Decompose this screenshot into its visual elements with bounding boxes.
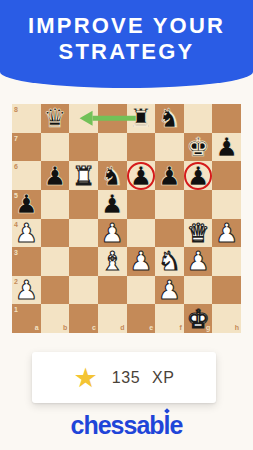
square-a2[interactable]: 2♟ — [12, 276, 41, 305]
square-h1[interactable]: h — [212, 304, 241, 333]
square-d8[interactable] — [98, 104, 127, 133]
square-b1[interactable]: b — [41, 304, 70, 333]
file-label-f: f — [179, 324, 181, 331]
square-c2[interactable] — [69, 276, 98, 305]
banner-title-line2: STRATEGY — [59, 39, 195, 65]
square-a5[interactable]: 5♟ — [12, 190, 41, 219]
square-g7[interactable]: ♚ — [184, 133, 213, 162]
square-a3[interactable]: 3 — [12, 247, 41, 276]
white-pawn-e3[interactable]: ♟ — [129, 247, 152, 275]
banner-title-line1: IMPROVE YOUR — [28, 13, 225, 39]
square-f8[interactable]: ♞ — [155, 104, 184, 133]
white-pawn-g3[interactable]: ♟ — [186, 247, 209, 275]
banner: IMPROVE YOUR STRATEGY — [0, 0, 253, 88]
black-knight-d6[interactable]: ♞ — [101, 162, 124, 190]
black-queen-b8[interactable]: ♛ — [43, 104, 66, 132]
square-d5[interactable]: ♟ — [98, 190, 127, 219]
square-b4[interactable] — [41, 219, 70, 248]
rank-label-8: 8 — [14, 106, 18, 113]
logo-text-1: chessab — [71, 411, 164, 439]
square-b8[interactable]: ♛ — [41, 104, 70, 133]
white-pawn-h4[interactable]: ♟ — [215, 219, 238, 247]
square-h4[interactable]: ♟ — [212, 219, 241, 248]
square-d7[interactable] — [98, 133, 127, 162]
chess-board: 8♛♜♞7♚♟6♟♜♞♟♟♟5♟♟4♟♟♛♟3♝♟♞♟2♟♟1abcdefg♚h — [12, 104, 241, 333]
black-pawn-f6[interactable]: ♟ — [158, 162, 181, 190]
square-h6[interactable] — [212, 161, 241, 190]
square-f3[interactable]: ♞ — [155, 247, 184, 276]
square-g6[interactable]: ♟ — [184, 161, 213, 190]
square-e1[interactable]: e — [127, 304, 156, 333]
highlight-circle-e6 — [127, 162, 155, 190]
square-a6[interactable]: 6 — [12, 161, 41, 190]
square-d3[interactable]: ♝ — [98, 247, 127, 276]
highlight-circle-g6 — [184, 162, 212, 190]
xp-value: 135 — [112, 369, 140, 387]
file-label-b: b — [63, 324, 67, 331]
square-b6[interactable]: ♟ — [41, 161, 70, 190]
square-c8[interactable] — [69, 104, 98, 133]
square-b7[interactable] — [41, 133, 70, 162]
black-pawn-h7[interactable]: ♟ — [215, 133, 238, 161]
square-a4[interactable]: 4♟ — [12, 219, 41, 248]
white-queen-g4[interactable]: ♛ — [186, 219, 209, 247]
file-label-h: h — [235, 324, 239, 331]
square-h2[interactable] — [212, 276, 241, 305]
white-rook-c6[interactable]: ♜ — [72, 162, 95, 190]
square-c3[interactable] — [69, 247, 98, 276]
square-e6[interactable]: ♟ — [127, 161, 156, 190]
square-a8[interactable]: 8 — [12, 104, 41, 133]
square-f6[interactable]: ♟ — [155, 161, 184, 190]
rank-label-3: 3 — [14, 249, 18, 256]
square-g5[interactable] — [184, 190, 213, 219]
black-knight-f8[interactable]: ♞ — [158, 104, 181, 132]
black-king-g7[interactable]: ♚ — [186, 133, 209, 161]
square-h8[interactable] — [212, 104, 241, 133]
black-pawn-b6[interactable]: ♟ — [43, 162, 66, 190]
rank-label-7: 7 — [14, 135, 18, 142]
square-e3[interactable]: ♟ — [127, 247, 156, 276]
logo-text-2: e — [170, 411, 183, 439]
square-d2[interactable] — [98, 276, 127, 305]
square-f4[interactable] — [155, 219, 184, 248]
file-label-a: a — [35, 324, 39, 331]
square-f5[interactable] — [155, 190, 184, 219]
rank-label-1: 1 — [14, 306, 18, 313]
square-e7[interactable] — [127, 133, 156, 162]
square-d4[interactable]: ♟ — [98, 219, 127, 248]
black-pawn-d5[interactable]: ♟ — [101, 190, 124, 218]
white-bishop-d3[interactable]: ♝ — [101, 247, 124, 275]
file-label-c: c — [92, 324, 96, 331]
square-b5[interactable] — [41, 190, 70, 219]
square-f2[interactable]: ♟ — [155, 276, 184, 305]
square-d6[interactable]: ♞ — [98, 161, 127, 190]
square-e4[interactable] — [127, 219, 156, 248]
white-pawn-d4[interactable]: ♟ — [101, 219, 124, 247]
file-label-e: e — [149, 324, 153, 331]
white-king-g1[interactable]: ♚ — [186, 305, 209, 333]
square-g8[interactable] — [184, 104, 213, 133]
square-h3[interactable] — [212, 247, 241, 276]
black-pawn-a5[interactable]: ♟ — [15, 190, 38, 218]
logo-pawn-l: l — [164, 410, 170, 440]
square-e2[interactable] — [127, 276, 156, 305]
square-a1[interactable]: 1a — [12, 304, 41, 333]
white-knight-f3[interactable]: ♞ — [158, 247, 181, 275]
square-c5[interactable] — [69, 190, 98, 219]
black-rook-e8[interactable]: ♜ — [129, 104, 152, 132]
rank-label-6: 6 — [14, 163, 18, 170]
white-pawn-a2[interactable]: ♟ — [15, 276, 38, 304]
square-a7[interactable]: 7 — [12, 133, 41, 162]
square-g2[interactable] — [184, 276, 213, 305]
white-pawn-a4[interactable]: ♟ — [15, 219, 38, 247]
white-pawn-f2[interactable]: ♟ — [158, 276, 181, 304]
square-c6[interactable]: ♜ — [69, 161, 98, 190]
chessable-logo: chessable — [0, 410, 253, 440]
star-icon: ★ — [74, 364, 98, 391]
square-g4[interactable]: ♛ — [184, 219, 213, 248]
square-e8[interactable]: ♜ — [127, 104, 156, 133]
square-g3[interactable]: ♟ — [184, 247, 213, 276]
square-d1[interactable]: d — [98, 304, 127, 333]
xp-unit: XP — [152, 369, 174, 387]
square-c7[interactable] — [69, 133, 98, 162]
square-b3[interactable] — [41, 247, 70, 276]
square-e5[interactable] — [127, 190, 156, 219]
file-label-d: d — [120, 324, 124, 331]
square-h7[interactable]: ♟ — [212, 133, 241, 162]
square-c1[interactable]: c — [69, 304, 98, 333]
square-g1[interactable]: g♚ — [184, 304, 213, 333]
square-b2[interactable] — [41, 276, 70, 305]
xp-badge: ★ 135XP — [32, 352, 216, 403]
square-f7[interactable] — [155, 133, 184, 162]
square-c4[interactable] — [69, 219, 98, 248]
square-h5[interactable] — [212, 190, 241, 219]
xp-text: 135XP — [112, 369, 175, 387]
square-f1[interactable]: f — [155, 304, 184, 333]
